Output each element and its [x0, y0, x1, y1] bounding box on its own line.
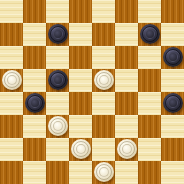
piece-glyph: ⛂: [52, 28, 62, 40]
black-man[interactable]: ⛂: [48, 24, 68, 44]
piece-glyph: ⛂: [52, 74, 62, 86]
square-g3[interactable]: [138, 115, 161, 138]
square-c4: [46, 92, 69, 115]
black-man[interactable]: ⛂: [163, 93, 183, 113]
square-h4[interactable]: ⛂: [161, 92, 184, 115]
square-h6[interactable]: ⛂: [161, 46, 184, 69]
square-d1: [69, 161, 92, 184]
square-h7: [161, 23, 184, 46]
square-e8: [92, 0, 115, 23]
square-b8[interactable]: [23, 0, 46, 23]
square-g8: [138, 0, 161, 23]
square-h1: [161, 161, 184, 184]
square-b3: [23, 115, 46, 138]
square-d7: [69, 23, 92, 46]
piece-glyph: ⛀: [75, 143, 85, 155]
square-d5: [69, 69, 92, 92]
square-d3: [69, 115, 92, 138]
square-b4[interactable]: ⛂: [23, 92, 46, 115]
square-e5[interactable]: ⛀: [92, 69, 115, 92]
square-a4: [0, 92, 23, 115]
square-b5: [23, 69, 46, 92]
white-man[interactable]: ⛀: [94, 162, 114, 182]
square-d8[interactable]: [69, 0, 92, 23]
square-f7: [115, 23, 138, 46]
square-h3: [161, 115, 184, 138]
square-g5[interactable]: [138, 69, 161, 92]
square-c2: [46, 138, 69, 161]
square-f2[interactable]: ⛀: [115, 138, 138, 161]
white-man[interactable]: ⛀: [48, 116, 68, 136]
white-man[interactable]: ⛀: [2, 70, 22, 90]
square-a6: [0, 46, 23, 69]
square-c8: [46, 0, 69, 23]
piece-glyph: ⛀: [98, 166, 108, 178]
square-a8: [0, 0, 23, 23]
square-a3[interactable]: [0, 115, 23, 138]
square-b2[interactable]: [23, 138, 46, 161]
square-g2: [138, 138, 161, 161]
square-d4[interactable]: [69, 92, 92, 115]
square-a1[interactable]: [0, 161, 23, 184]
square-g6: [138, 46, 161, 69]
square-g1[interactable]: [138, 161, 161, 184]
black-man[interactable]: ⛂: [25, 93, 45, 113]
square-b7: [23, 23, 46, 46]
square-h2[interactable]: [161, 138, 184, 161]
piece-glyph: ⛂: [144, 28, 154, 40]
square-c3[interactable]: ⛀: [46, 115, 69, 138]
square-d2[interactable]: ⛀: [69, 138, 92, 161]
piece-glyph: ⛀: [52, 120, 62, 132]
square-a5[interactable]: ⛀: [0, 69, 23, 92]
checkers-board: ⛂⛂⛂⛀⛂⛀⛂⛂⛀⛀⛀⛀: [0, 0, 184, 184]
square-e2: [92, 138, 115, 161]
square-e3[interactable]: [92, 115, 115, 138]
square-g7[interactable]: ⛂: [138, 23, 161, 46]
square-c7[interactable]: ⛂: [46, 23, 69, 46]
square-c6: [46, 46, 69, 69]
black-man[interactable]: ⛂: [48, 70, 68, 90]
square-e6: [92, 46, 115, 69]
piece-glyph: ⛂: [167, 51, 177, 63]
square-g4: [138, 92, 161, 115]
square-a7[interactable]: [0, 23, 23, 46]
square-e7[interactable]: [92, 23, 115, 46]
square-a2: [0, 138, 23, 161]
white-man[interactable]: ⛀: [117, 139, 137, 159]
black-man[interactable]: ⛂: [163, 47, 183, 67]
square-b1: [23, 161, 46, 184]
square-e4: [92, 92, 115, 115]
square-f6[interactable]: [115, 46, 138, 69]
piece-glyph: ⛂: [167, 97, 177, 109]
white-man[interactable]: ⛀: [71, 139, 91, 159]
square-c5[interactable]: ⛂: [46, 69, 69, 92]
black-man[interactable]: ⛂: [140, 24, 160, 44]
square-b6[interactable]: [23, 46, 46, 69]
square-f8[interactable]: [115, 0, 138, 23]
square-d6[interactable]: [69, 46, 92, 69]
square-f1: [115, 161, 138, 184]
square-e1[interactable]: ⛀: [92, 161, 115, 184]
square-h5: [161, 69, 184, 92]
piece-glyph: ⛀: [98, 74, 108, 86]
white-man[interactable]: ⛀: [94, 70, 114, 90]
square-f4[interactable]: [115, 92, 138, 115]
square-c1[interactable]: [46, 161, 69, 184]
square-h8[interactable]: [161, 0, 184, 23]
piece-glyph: ⛀: [121, 143, 131, 155]
square-f3: [115, 115, 138, 138]
piece-glyph: ⛂: [29, 97, 39, 109]
square-f5: [115, 69, 138, 92]
piece-glyph: ⛀: [6, 74, 16, 86]
